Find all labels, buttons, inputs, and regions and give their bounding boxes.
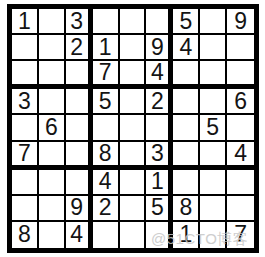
cell-r5c4[interactable] xyxy=(93,115,120,141)
cell-r7c5[interactable] xyxy=(120,170,147,196)
cell-r5c2[interactable]: 6 xyxy=(39,115,66,141)
cell-r8c4[interactable]: 2 xyxy=(93,196,120,222)
cell-r4c7[interactable] xyxy=(173,89,200,115)
cell-r8c7[interactable]: 8 xyxy=(173,196,200,222)
cell-r2c4[interactable]: 1 xyxy=(93,35,120,61)
cell-r5c9[interactable] xyxy=(227,115,254,141)
cell-r7c3[interactable] xyxy=(66,170,93,196)
cell-r9c8[interactable] xyxy=(200,222,227,248)
cell-r7c8[interactable] xyxy=(200,170,227,196)
cell-r4c4[interactable]: 5 xyxy=(93,89,120,115)
cell-r3c4[interactable]: 7 xyxy=(93,61,120,89)
cell-r8c2[interactable] xyxy=(39,196,66,222)
cell-r3c6[interactable]: 4 xyxy=(146,61,173,89)
cell-r8c9[interactable] xyxy=(227,196,254,222)
cell-r7c4[interactable]: 4 xyxy=(93,170,120,196)
cell-r6c6[interactable]: 3 xyxy=(146,142,173,170)
cell-r9c5[interactable] xyxy=(120,222,147,248)
page: 135921947435266578344192588417 @51CTO博客 xyxy=(0,0,265,257)
cell-r1c8[interactable] xyxy=(200,9,227,35)
cell-r4c3[interactable] xyxy=(66,89,93,115)
cell-r8c5[interactable] xyxy=(120,196,147,222)
cell-r2c7[interactable]: 4 xyxy=(173,35,200,61)
cell-r8c1[interactable] xyxy=(12,196,39,222)
cell-r1c6[interactable] xyxy=(146,9,173,35)
cell-r2c8[interactable] xyxy=(200,35,227,61)
cell-r9c4[interactable] xyxy=(93,222,120,248)
cell-r9c9[interactable]: 7 xyxy=(227,222,254,248)
cell-r8c3[interactable]: 9 xyxy=(66,196,93,222)
cell-r6c2[interactable] xyxy=(39,142,66,170)
cell-r2c6[interactable]: 9 xyxy=(146,35,173,61)
cell-r4c6[interactable]: 2 xyxy=(146,89,173,115)
cell-r9c6[interactable] xyxy=(146,222,173,248)
cell-r1c1[interactable]: 1 xyxy=(12,9,39,35)
cell-r7c9[interactable] xyxy=(227,170,254,196)
cell-r9c2[interactable] xyxy=(39,222,66,248)
cell-r3c1[interactable] xyxy=(12,61,39,89)
cell-r3c8[interactable] xyxy=(200,61,227,89)
cell-r1c4[interactable] xyxy=(93,9,120,35)
cell-r5c5[interactable] xyxy=(120,115,147,141)
cell-r6c9[interactable]: 4 xyxy=(227,142,254,170)
cell-r3c5[interactable] xyxy=(120,61,147,89)
cell-r4c2[interactable] xyxy=(39,89,66,115)
cell-r6c3[interactable] xyxy=(66,142,93,170)
cell-r4c1[interactable]: 3 xyxy=(12,89,39,115)
cell-r7c2[interactable] xyxy=(39,170,66,196)
cell-r4c8[interactable] xyxy=(200,89,227,115)
cell-r2c9[interactable] xyxy=(227,35,254,61)
cell-r4c5[interactable] xyxy=(120,89,147,115)
cell-r1c3[interactable]: 3 xyxy=(66,9,93,35)
cell-r8c6[interactable]: 5 xyxy=(146,196,173,222)
cell-r2c3[interactable]: 2 xyxy=(66,35,93,61)
cell-r1c7[interactable]: 5 xyxy=(173,9,200,35)
cell-r5c6[interactable] xyxy=(146,115,173,141)
cell-r9c7[interactable]: 1 xyxy=(173,222,200,248)
cell-r5c7[interactable] xyxy=(173,115,200,141)
cell-r6c4[interactable]: 8 xyxy=(93,142,120,170)
cell-r5c1[interactable] xyxy=(12,115,39,141)
cell-r6c8[interactable] xyxy=(200,142,227,170)
cell-r3c3[interactable] xyxy=(66,61,93,89)
cell-r1c2[interactable] xyxy=(39,9,66,35)
cell-r8c8[interactable] xyxy=(200,196,227,222)
cell-r2c2[interactable] xyxy=(39,35,66,61)
cell-r4c9[interactable]: 6 xyxy=(227,89,254,115)
cell-r3c9[interactable] xyxy=(227,61,254,89)
sudoku-board: 135921947435266578344192588417 xyxy=(7,4,259,253)
cell-r1c5[interactable] xyxy=(120,9,147,35)
cell-r6c5[interactable] xyxy=(120,142,147,170)
cell-r7c6[interactable]: 1 xyxy=(146,170,173,196)
cell-r9c1[interactable]: 8 xyxy=(12,222,39,248)
cell-r5c8[interactable]: 5 xyxy=(200,115,227,141)
cell-r7c1[interactable] xyxy=(12,170,39,196)
cell-r5c3[interactable] xyxy=(66,115,93,141)
cell-r3c2[interactable] xyxy=(39,61,66,89)
cell-r3c7[interactable] xyxy=(173,61,200,89)
cell-r2c5[interactable] xyxy=(120,35,147,61)
cell-r7c7[interactable] xyxy=(173,170,200,196)
cell-r6c1[interactable]: 7 xyxy=(12,142,39,170)
cell-r2c1[interactable] xyxy=(12,35,39,61)
cell-r1c9[interactable]: 9 xyxy=(227,9,254,35)
cell-r6c7[interactable] xyxy=(173,142,200,170)
cell-r9c3[interactable]: 4 xyxy=(66,222,93,248)
